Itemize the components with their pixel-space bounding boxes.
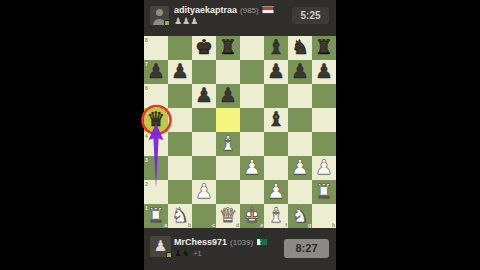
square-g4[interactable] — [288, 132, 312, 156]
opponent-clock: 5:25 — [292, 7, 329, 24]
white-queen-piece: ♛ — [216, 204, 240, 228]
player-bar: ♟ MrChess971 (1039) ♟♞+1 8:27 — [144, 228, 336, 270]
square-e5[interactable] — [240, 108, 264, 132]
rank-label-3: 3 — [145, 157, 148, 163]
white-rook-piece: ♜ — [144, 204, 168, 228]
square-a5[interactable]: ♛5 — [144, 108, 168, 132]
white-pawn-piece: ♟ — [192, 180, 216, 204]
rank-label-1: 1 — [145, 205, 148, 211]
chess-board: 8♚♜♝♞♜♟7♟♟♟♟6♟♟♛5♝4♝3♟♟♟2♟♟♜♜1a♞bc♛d♚e♝f… — [144, 36, 336, 228]
square-b2[interactable] — [168, 180, 192, 204]
black-knight-piece: ♞ — [288, 36, 312, 60]
black-bishop-piece: ♝ — [264, 108, 288, 132]
square-h1[interactable]: h — [312, 204, 336, 228]
square-c6[interactable]: ♟ — [192, 84, 216, 108]
square-a2[interactable]: 2 — [144, 180, 168, 204]
square-g2[interactable] — [288, 180, 312, 204]
square-c5[interactable] — [192, 108, 216, 132]
square-a1[interactable]: ♜1a — [144, 204, 168, 228]
white-knight-piece: ♞ — [288, 204, 312, 228]
square-f7[interactable]: ♟ — [264, 60, 288, 84]
black-rook-piece: ♜ — [312, 36, 336, 60]
square-f8[interactable]: ♝ — [264, 36, 288, 60]
square-h5[interactable] — [312, 108, 336, 132]
square-b4[interactable] — [168, 132, 192, 156]
board-area: 8♚♜♝♞♜♟7♟♟♟♟6♟♟♛5♝4♝3♟♟♟2♟♟♜♜1a♞bc♛d♚e♝f… — [144, 36, 336, 228]
square-h8[interactable]: ♜ — [312, 36, 336, 60]
square-e6[interactable] — [240, 84, 264, 108]
player-clock: 8:27 — [284, 239, 329, 258]
material-advantage: +1 — [193, 249, 202, 258]
white-bishop-piece: ♝ — [216, 132, 240, 156]
square-h2[interactable]: ♜ — [312, 180, 336, 204]
rank-label-5: 5 — [145, 109, 148, 115]
captured-white-pawn-icon: ♟ — [190, 16, 198, 26]
square-b5[interactable] — [168, 108, 192, 132]
online-status-dot — [164, 20, 170, 26]
square-d7[interactable] — [216, 60, 240, 84]
opponent-info[interactable]: adityaekaptraa (985) ♟♟♟ — [174, 5, 274, 26]
white-rook-piece: ♜ — [312, 180, 336, 204]
square-a4[interactable]: 4 — [144, 132, 168, 156]
black-bishop-piece: ♝ — [264, 36, 288, 60]
white-pawn-piece: ♟ — [312, 156, 336, 180]
square-e7[interactable] — [240, 60, 264, 84]
player-info[interactable]: MrChess971 (1039) ♟♞+1 — [174, 237, 268, 258]
black-queen-piece: ♛ — [144, 108, 168, 132]
square-e4[interactable] — [240, 132, 264, 156]
square-b7[interactable]: ♟ — [168, 60, 192, 84]
opponent-rating: (985) — [240, 6, 259, 15]
white-pawn-piece: ♟ — [288, 156, 312, 180]
square-d1[interactable]: ♛d — [216, 204, 240, 228]
black-king-piece: ♚ — [192, 36, 216, 60]
indonesia-flag-icon — [262, 6, 274, 14]
rank-label-4: 4 — [145, 133, 148, 139]
chess-app: adityaekaptraa (985) ♟♟♟ 5:25 8♚♜♝♞♜♟7♟♟… — [144, 0, 336, 270]
square-b1[interactable]: ♞b — [168, 204, 192, 228]
captured-white-pawn-icon: ♟ — [174, 16, 182, 26]
square-d4[interactable]: ♝ — [216, 132, 240, 156]
square-g7[interactable]: ♟ — [288, 60, 312, 84]
square-b6[interactable] — [168, 84, 192, 108]
square-d3[interactable] — [216, 156, 240, 180]
square-c7[interactable] — [192, 60, 216, 84]
square-a8[interactable]: 8 — [144, 36, 168, 60]
square-d5[interactable] — [216, 108, 240, 132]
square-g1[interactable]: ♞g — [288, 204, 312, 228]
square-e1[interactable]: ♚e — [240, 204, 264, 228]
player-rating: (1039) — [230, 238, 253, 247]
phone-screen: adityaekaptraa (985) ♟♟♟ 5:25 8♚♜♝♞♜♟7♟♟… — [0, 0, 480, 270]
rank-label-7: 7 — [145, 61, 148, 67]
captured-black-knight-icon: ♞ — [182, 248, 190, 258]
letterbox-right — [336, 0, 480, 270]
white-knight-piece: ♞ — [168, 204, 192, 228]
black-pawn-piece: ♟ — [192, 84, 216, 108]
square-c2[interactable]: ♟ — [192, 180, 216, 204]
opponent-captured-pieces: ♟♟♟ — [174, 16, 274, 26]
pakistan-flag-icon — [256, 238, 268, 246]
opponent-username: adityaekaptraa — [174, 5, 237, 15]
square-a6[interactable]: 6 — [144, 84, 168, 108]
black-rook-piece: ♜ — [216, 36, 240, 60]
black-pawn-piece: ♟ — [144, 60, 168, 84]
square-f2[interactable]: ♟ — [264, 180, 288, 204]
square-g5[interactable] — [288, 108, 312, 132]
square-h4[interactable] — [312, 132, 336, 156]
rank-label-2: 2 — [145, 181, 148, 187]
square-d2[interactable] — [216, 180, 240, 204]
black-pawn-piece: ♟ — [264, 60, 288, 84]
white-pawn-piece: ♟ — [240, 156, 264, 180]
square-f5[interactable]: ♝ — [264, 108, 288, 132]
square-c8[interactable]: ♚ — [192, 36, 216, 60]
square-e8[interactable] — [240, 36, 264, 60]
rank-label-8: 8 — [145, 37, 148, 43]
square-b8[interactable] — [168, 36, 192, 60]
square-d8[interactable]: ♜ — [216, 36, 240, 60]
square-g3[interactable]: ♟ — [288, 156, 312, 180]
black-pawn-piece: ♟ — [216, 84, 240, 108]
square-h6[interactable] — [312, 84, 336, 108]
black-pawn-piece: ♟ — [312, 60, 336, 84]
square-h3[interactable]: ♟ — [312, 156, 336, 180]
rank-label-6: 6 — [145, 85, 148, 91]
captured-white-pawn-icon: ♟ — [182, 16, 190, 26]
square-e3[interactable]: ♟ — [240, 156, 264, 180]
square-e2[interactable] — [240, 180, 264, 204]
square-g6[interactable] — [288, 84, 312, 108]
opponent-bar: adityaekaptraa (985) ♟♟♟ 5:25 — [144, 0, 336, 36]
square-f1[interactable]: ♝f — [264, 204, 288, 228]
white-king-piece: ♚ — [240, 204, 264, 228]
player-username: MrChess971 — [174, 237, 227, 247]
player-captured-pieces: ♟♞+1 — [174, 248, 268, 258]
black-pawn-piece: ♟ — [288, 60, 312, 84]
online-status-dot — [166, 252, 172, 258]
white-pawn-piece: ♟ — [264, 180, 288, 204]
captured-black-pawn-icon: ♟ — [174, 248, 182, 258]
square-f3[interactable] — [264, 156, 288, 180]
square-d6[interactable]: ♟ — [216, 84, 240, 108]
square-b3[interactable] — [168, 156, 192, 180]
white-bishop-piece: ♝ — [264, 204, 288, 228]
square-h7[interactable]: ♟ — [312, 60, 336, 84]
square-c1[interactable]: c — [192, 204, 216, 228]
square-f6[interactable] — [264, 84, 288, 108]
letterbox-left — [0, 0, 144, 270]
square-c4[interactable] — [192, 132, 216, 156]
square-g8[interactable]: ♞ — [288, 36, 312, 60]
square-f4[interactable] — [264, 132, 288, 156]
square-a7[interactable]: ♟7 — [144, 60, 168, 84]
square-c3[interactable] — [192, 156, 216, 180]
black-pawn-piece: ♟ — [168, 60, 192, 84]
square-a3[interactable]: 3 — [144, 156, 168, 180]
